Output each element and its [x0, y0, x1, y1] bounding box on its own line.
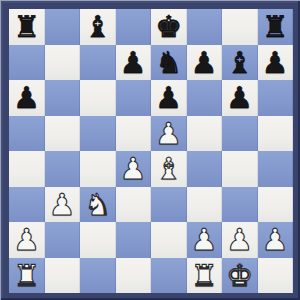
- piece-black-pawn: ♟: [226, 80, 253, 115]
- square-d5[interactable]: [116, 116, 152, 152]
- piece-white-bishop: ♝: [155, 151, 182, 186]
- piece-white-knight: ♞: [84, 187, 111, 222]
- square-g4[interactable]: [222, 151, 258, 187]
- square-d4[interactable]: ♟: [116, 151, 152, 187]
- piece-black-pawn: ♟: [155, 80, 182, 115]
- square-g6[interactable]: ♟: [222, 80, 258, 116]
- square-h1[interactable]: [258, 258, 294, 294]
- square-b8[interactable]: [45, 9, 81, 45]
- piece-black-pawn: ♟: [262, 45, 289, 80]
- square-b3[interactable]: ♟: [45, 187, 81, 223]
- square-e4[interactable]: ♝: [151, 151, 187, 187]
- piece-black-pawn: ♟: [191, 45, 218, 80]
- square-b4[interactable]: [45, 151, 81, 187]
- piece-black-knight: ♞: [155, 45, 182, 80]
- square-e3[interactable]: [151, 187, 187, 223]
- square-f7[interactable]: ♟: [187, 45, 223, 81]
- piece-black-bishop: ♝: [226, 45, 253, 80]
- square-c4[interactable]: [80, 151, 116, 187]
- piece-white-pawn: ♟: [191, 222, 218, 257]
- square-g5[interactable]: [222, 116, 258, 152]
- square-c3[interactable]: ♞: [80, 187, 116, 223]
- square-h3[interactable]: [258, 187, 294, 223]
- piece-white-pawn: ♟: [49, 187, 76, 222]
- chess-board-frame: ♜♝♚♜♟♞♟♝♟♟♟♟♟♟♝♟♞♟♟♟♟♜♜♚: [0, 0, 300, 300]
- piece-white-king: ♚: [226, 258, 253, 293]
- square-d8[interactable]: [116, 9, 152, 45]
- square-e6[interactable]: ♟: [151, 80, 187, 116]
- square-h5[interactable]: [258, 116, 294, 152]
- square-f6[interactable]: [187, 80, 223, 116]
- square-e7[interactable]: ♞: [151, 45, 187, 81]
- square-g8[interactable]: [222, 9, 258, 45]
- square-f1[interactable]: ♜: [187, 258, 223, 294]
- square-b7[interactable]: [45, 45, 81, 81]
- square-d6[interactable]: [116, 80, 152, 116]
- square-d7[interactable]: ♟: [116, 45, 152, 81]
- square-f3[interactable]: [187, 187, 223, 223]
- piece-black-pawn: ♟: [13, 80, 40, 115]
- piece-black-rook: ♜: [262, 9, 289, 44]
- piece-white-pawn: ♟: [226, 222, 253, 257]
- square-c1[interactable]: [80, 258, 116, 294]
- square-a4[interactable]: [9, 151, 45, 187]
- square-f5[interactable]: [187, 116, 223, 152]
- chess-board: ♜♝♚♜♟♞♟♝♟♟♟♟♟♟♝♟♞♟♟♟♟♜♜♚: [9, 9, 293, 293]
- square-a1[interactable]: ♜: [9, 258, 45, 294]
- square-e5[interactable]: ♟: [151, 116, 187, 152]
- square-a5[interactable]: [9, 116, 45, 152]
- square-b5[interactable]: [45, 116, 81, 152]
- piece-white-pawn: ♟: [120, 151, 147, 186]
- square-d1[interactable]: [116, 258, 152, 294]
- square-d3[interactable]: [116, 187, 152, 223]
- square-h7[interactable]: ♟: [258, 45, 294, 81]
- square-a3[interactable]: [9, 187, 45, 223]
- square-e1[interactable]: [151, 258, 187, 294]
- square-c2[interactable]: [80, 222, 116, 258]
- piece-black-king: ♚: [155, 9, 182, 44]
- square-h2[interactable]: ♟: [258, 222, 294, 258]
- square-c6[interactable]: [80, 80, 116, 116]
- piece-black-pawn: ♟: [120, 45, 147, 80]
- square-b2[interactable]: [45, 222, 81, 258]
- square-b1[interactable]: [45, 258, 81, 294]
- square-h4[interactable]: [258, 151, 294, 187]
- square-g3[interactable]: [222, 187, 258, 223]
- square-e8[interactable]: ♚: [151, 9, 187, 45]
- square-e2[interactable]: [151, 222, 187, 258]
- square-c5[interactable]: [80, 116, 116, 152]
- piece-white-rook: ♜: [191, 258, 218, 293]
- square-g2[interactable]: ♟: [222, 222, 258, 258]
- square-a2[interactable]: ♟: [9, 222, 45, 258]
- square-a7[interactable]: [9, 45, 45, 81]
- piece-black-rook: ♜: [13, 9, 40, 44]
- square-g1[interactable]: ♚: [222, 258, 258, 294]
- square-h6[interactable]: [258, 80, 294, 116]
- square-a8[interactable]: ♜: [9, 9, 45, 45]
- piece-white-pawn: ♟: [155, 116, 182, 151]
- square-f4[interactable]: [187, 151, 223, 187]
- square-f2[interactable]: ♟: [187, 222, 223, 258]
- piece-white-pawn: ♟: [13, 222, 40, 257]
- square-c7[interactable]: [80, 45, 116, 81]
- square-b6[interactable]: [45, 80, 81, 116]
- piece-black-bishop: ♝: [84, 9, 111, 44]
- square-c8[interactable]: ♝: [80, 9, 116, 45]
- square-g7[interactable]: ♝: [222, 45, 258, 81]
- square-h8[interactable]: ♜: [258, 9, 294, 45]
- square-a6[interactable]: ♟: [9, 80, 45, 116]
- piece-white-pawn: ♟: [262, 222, 289, 257]
- square-f8[interactable]: [187, 9, 223, 45]
- square-d2[interactable]: [116, 222, 152, 258]
- piece-white-rook: ♜: [13, 258, 40, 293]
